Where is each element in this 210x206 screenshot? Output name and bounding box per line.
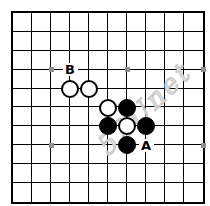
grid-cell (146, 164, 165, 183)
grid-cell (13, 51, 32, 70)
grid-cell (70, 32, 89, 51)
grid-cell (70, 13, 89, 32)
grid-cell (70, 145, 89, 164)
star-point (125, 67, 130, 72)
grid-cell (165, 13, 184, 32)
grid-cell (184, 183, 203, 202)
grid-cell (165, 183, 184, 202)
grid-cell (13, 107, 32, 126)
grid-cell (108, 183, 127, 202)
grid-cell (13, 126, 32, 145)
grid-cell (146, 89, 165, 108)
grid-cell (13, 32, 32, 51)
grid-cell (51, 145, 70, 164)
grid-cell (51, 107, 70, 126)
grid-cell (184, 107, 203, 126)
grid-cell (89, 51, 108, 70)
point-label-b[interactable]: B (63, 63, 78, 76)
grid-cell (165, 89, 184, 108)
grid-cell (13, 145, 32, 164)
grid-cell (146, 13, 165, 32)
grid-cell (70, 183, 89, 202)
grid-cell (108, 32, 127, 51)
grid-cell (13, 70, 32, 89)
grid-cell (184, 13, 203, 32)
grid-cell (32, 145, 51, 164)
grid-cell (127, 51, 146, 70)
grid-cell (108, 70, 127, 89)
white-stone[interactable] (80, 80, 98, 98)
grid-cell (127, 164, 146, 183)
grid-cell (51, 13, 70, 32)
white-stone[interactable] (99, 99, 117, 117)
grid-cell (89, 32, 108, 51)
gomoku-diagram: AB 52Unet (0, 0, 210, 206)
star-point (201, 143, 206, 148)
grid-cell (13, 164, 32, 183)
grid-cell (89, 164, 108, 183)
grid-cell (165, 164, 184, 183)
grid-cell (146, 183, 165, 202)
grid-cell (184, 164, 203, 183)
grid-cell (184, 70, 203, 89)
grid-cell (13, 89, 32, 108)
grid-cell (165, 32, 184, 51)
grid-cell (51, 126, 70, 145)
grid-cell (146, 51, 165, 70)
grid-cell (184, 145, 203, 164)
black-stone[interactable] (118, 99, 136, 117)
grid-cell (89, 13, 108, 32)
grid-cell (89, 145, 108, 164)
grid-cell (70, 164, 89, 183)
grid-cell (165, 126, 184, 145)
grid-cell (108, 13, 127, 32)
grid-cell (70, 107, 89, 126)
grid-cell (32, 89, 51, 108)
grid-cell (127, 32, 146, 51)
grid-cell (32, 13, 51, 32)
grid-cell (32, 183, 51, 202)
grid-cell (32, 70, 51, 89)
grid-cell (32, 107, 51, 126)
grid-cell (127, 13, 146, 32)
grid-cell (165, 107, 184, 126)
grid-cell (13, 183, 32, 202)
grid-cell (108, 164, 127, 183)
grid-cell (165, 70, 184, 89)
star-point (49, 143, 54, 148)
grid-cell (89, 183, 108, 202)
grid-cell (51, 32, 70, 51)
grid-cell (32, 32, 51, 51)
white-stone[interactable] (61, 80, 79, 98)
star-point (49, 67, 54, 72)
grid-cell (127, 70, 146, 89)
star-point (201, 67, 206, 72)
grid-cell (184, 32, 203, 51)
point-label-a[interactable]: A (139, 139, 154, 152)
board-grid[interactable]: AB (11, 11, 205, 204)
grid-cell (146, 32, 165, 51)
grid-cell (32, 164, 51, 183)
grid-cell (184, 89, 203, 108)
grid-cell (13, 13, 32, 32)
grid-cell (127, 183, 146, 202)
grid-cell (51, 183, 70, 202)
grid-cell (70, 126, 89, 145)
grid-cell (146, 70, 165, 89)
grid-cell (51, 164, 70, 183)
grid-cell (165, 145, 184, 164)
grid-cell (165, 51, 184, 70)
